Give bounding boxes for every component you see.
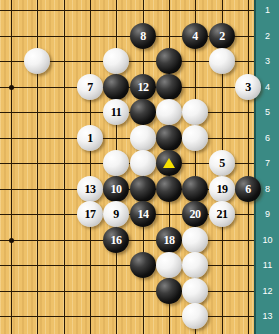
black-stone[interactable] bbox=[130, 252, 156, 278]
grid-vertical-line bbox=[11, 0, 12, 334]
black-stone-move-2[interactable]: 2 bbox=[209, 23, 235, 49]
move-number: 13 bbox=[85, 182, 96, 197]
move-number: 2 bbox=[219, 29, 225, 44]
black-stone[interactable] bbox=[156, 150, 182, 176]
row-label-1: 1 bbox=[256, 6, 279, 15]
white-stone[interactable] bbox=[209, 48, 235, 74]
move-number: 4 bbox=[192, 29, 198, 44]
move-number: 3 bbox=[245, 80, 251, 95]
black-stone[interactable] bbox=[156, 176, 182, 202]
triangle-marker-icon bbox=[163, 158, 175, 168]
black-stone[interactable] bbox=[156, 278, 182, 304]
black-stone-move-20[interactable]: 20 bbox=[182, 201, 208, 227]
black-stone-move-4[interactable]: 4 bbox=[182, 23, 208, 49]
grid-horizontal-line bbox=[0, 265, 257, 266]
move-number: 17 bbox=[85, 207, 96, 222]
black-stone[interactable] bbox=[156, 125, 182, 151]
go-app-screenshot: 12345678910111213 8427123111513101961791… bbox=[0, 0, 279, 334]
move-number: 19 bbox=[217, 182, 228, 197]
row-label-6: 6 bbox=[256, 134, 279, 143]
grid-horizontal-line bbox=[0, 291, 257, 292]
white-stone[interactable] bbox=[156, 99, 182, 125]
move-number: 20 bbox=[190, 207, 201, 222]
black-stone[interactable] bbox=[156, 48, 182, 74]
white-stone[interactable] bbox=[182, 227, 208, 253]
move-number: 9 bbox=[113, 207, 119, 222]
white-stone[interactable] bbox=[182, 278, 208, 304]
black-stone-move-16[interactable]: 16 bbox=[103, 227, 129, 253]
star-point bbox=[9, 85, 14, 90]
move-number: 12 bbox=[138, 80, 149, 95]
grid-vertical-line bbox=[64, 0, 65, 334]
move-number: 1 bbox=[87, 131, 93, 146]
move-number: 7 bbox=[87, 80, 93, 95]
black-stone-move-8[interactable]: 8 bbox=[130, 23, 156, 49]
black-stone[interactable] bbox=[130, 99, 156, 125]
black-stone-move-14[interactable]: 14 bbox=[130, 201, 156, 227]
white-stone-move-3[interactable]: 3 bbox=[235, 74, 261, 100]
row-label-7: 7 bbox=[256, 159, 279, 168]
white-stone-move-13[interactable]: 13 bbox=[77, 176, 103, 202]
white-stone-move-5[interactable]: 5 bbox=[209, 150, 235, 176]
row-label-3: 3 bbox=[256, 57, 279, 66]
grid-horizontal-line bbox=[0, 10, 257, 11]
white-stone[interactable] bbox=[182, 125, 208, 151]
move-number: 16 bbox=[111, 233, 122, 248]
row-label-10: 10 bbox=[256, 236, 279, 245]
white-stone[interactable] bbox=[103, 150, 129, 176]
move-number: 21 bbox=[217, 207, 228, 222]
row-label-5: 5 bbox=[256, 108, 279, 117]
white-stone[interactable] bbox=[103, 48, 129, 74]
white-stone[interactable] bbox=[182, 303, 208, 329]
move-number: 14 bbox=[138, 207, 149, 222]
white-stone-move-19[interactable]: 19 bbox=[209, 176, 235, 202]
row-label-11: 11 bbox=[256, 261, 279, 270]
star-point bbox=[9, 238, 14, 243]
move-number: 8 bbox=[140, 29, 146, 44]
white-stone[interactable] bbox=[24, 48, 50, 74]
white-stone-move-11[interactable]: 11 bbox=[103, 99, 129, 125]
white-stone-move-1[interactable]: 1 bbox=[77, 125, 103, 151]
black-stone-move-12[interactable]: 12 bbox=[130, 74, 156, 100]
black-stone[interactable] bbox=[130, 176, 156, 202]
white-stone[interactable] bbox=[182, 252, 208, 278]
white-stone[interactable] bbox=[130, 150, 156, 176]
white-stone[interactable] bbox=[130, 125, 156, 151]
row-label-2: 2 bbox=[256, 32, 279, 41]
grid-horizontal-line bbox=[0, 138, 257, 139]
move-number: 18 bbox=[164, 233, 175, 248]
move-number: 6 bbox=[245, 182, 251, 197]
black-stone[interactable] bbox=[156, 74, 182, 100]
white-stone[interactable] bbox=[182, 99, 208, 125]
black-stone-move-10[interactable]: 10 bbox=[103, 176, 129, 202]
move-number: 10 bbox=[111, 182, 122, 197]
coordinate-strip: 12345678910111213 bbox=[254, 0, 279, 334]
white-stone-move-17[interactable]: 17 bbox=[77, 201, 103, 227]
white-stone-move-7[interactable]: 7 bbox=[77, 74, 103, 100]
black-stone[interactable] bbox=[182, 176, 208, 202]
white-stone[interactable] bbox=[156, 252, 182, 278]
move-number: 5 bbox=[219, 156, 225, 171]
move-number: 11 bbox=[111, 105, 121, 120]
row-label-12: 12 bbox=[256, 287, 279, 296]
grid-vertical-line bbox=[248, 0, 249, 334]
black-stone-move-18[interactable]: 18 bbox=[156, 227, 182, 253]
row-label-9: 9 bbox=[256, 210, 279, 219]
grid-vertical-line bbox=[90, 0, 91, 334]
black-stone[interactable] bbox=[103, 74, 129, 100]
row-label-13: 13 bbox=[256, 312, 279, 321]
white-stone-move-21[interactable]: 21 bbox=[209, 201, 235, 227]
white-stone-move-9[interactable]: 9 bbox=[103, 201, 129, 227]
grid-horizontal-line bbox=[0, 316, 257, 317]
black-stone-move-6[interactable]: 6 bbox=[235, 176, 261, 202]
